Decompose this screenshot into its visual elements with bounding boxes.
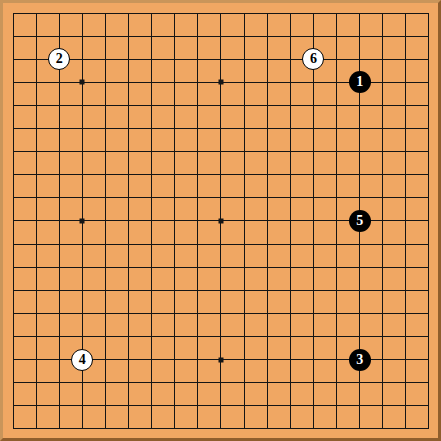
intersection-D5 bbox=[71, 325, 94, 348]
intersection-S7 bbox=[394, 279, 417, 302]
intersection-O14 bbox=[302, 117, 325, 140]
intersection-G14 bbox=[140, 117, 163, 140]
intersection-A14 bbox=[1, 117, 24, 140]
intersection-N7 bbox=[279, 279, 302, 302]
intersection-H1 bbox=[163, 417, 186, 440]
intersection-S15 bbox=[394, 94, 417, 117]
intersection-J17 bbox=[186, 48, 209, 71]
intersection-B15 bbox=[25, 94, 48, 117]
intersection-C15 bbox=[48, 94, 71, 117]
intersection-N10 bbox=[279, 209, 302, 232]
intersection-C12 bbox=[48, 163, 71, 186]
intersection-P16 bbox=[325, 71, 348, 94]
intersection-S10 bbox=[394, 209, 417, 232]
intersection-C10 bbox=[48, 209, 71, 232]
intersection-T14 bbox=[417, 117, 440, 140]
intersection-C9 bbox=[48, 233, 71, 256]
intersection-F16 bbox=[117, 71, 140, 94]
intersection-N1 bbox=[279, 417, 302, 440]
intersection-E11 bbox=[94, 186, 117, 209]
intersection-J1 bbox=[186, 417, 209, 440]
intersection-O4 bbox=[302, 348, 325, 371]
star-point bbox=[218, 80, 223, 85]
intersection-G17 bbox=[140, 48, 163, 71]
intersection-C16 bbox=[48, 71, 71, 94]
intersection-J11 bbox=[186, 186, 209, 209]
intersection-F11 bbox=[117, 186, 140, 209]
intersection-P11 bbox=[325, 186, 348, 209]
intersection-N12 bbox=[279, 163, 302, 186]
intersection-D4: 4 bbox=[71, 348, 94, 371]
intersection-J16 bbox=[186, 71, 209, 94]
go-board: 261543 bbox=[0, 0, 441, 441]
intersection-O5 bbox=[302, 325, 325, 348]
intersection-H5 bbox=[163, 325, 186, 348]
intersection-O19 bbox=[302, 1, 325, 24]
intersection-J2 bbox=[186, 394, 209, 417]
intersection-O7 bbox=[302, 279, 325, 302]
intersection-Q2 bbox=[348, 394, 371, 417]
intersection-T15 bbox=[417, 94, 440, 117]
stone-move-number: 3 bbox=[356, 352, 363, 366]
intersection-M1 bbox=[256, 417, 279, 440]
intersection-N3 bbox=[279, 371, 302, 394]
intersection-H2 bbox=[163, 394, 186, 417]
intersection-R10 bbox=[371, 209, 394, 232]
intersection-O12 bbox=[302, 163, 325, 186]
intersection-A16 bbox=[1, 71, 24, 94]
intersection-O13 bbox=[302, 140, 325, 163]
intersection-G16 bbox=[140, 71, 163, 94]
intersection-P10 bbox=[325, 209, 348, 232]
intersection-J19 bbox=[186, 1, 209, 24]
intersection-J8 bbox=[186, 256, 209, 279]
intersection-D17 bbox=[71, 48, 94, 71]
intersection-J18 bbox=[186, 25, 209, 48]
intersection-B16 bbox=[25, 71, 48, 94]
intersection-C7 bbox=[48, 279, 71, 302]
intersection-K2 bbox=[209, 394, 232, 417]
intersection-O10 bbox=[302, 209, 325, 232]
intersection-M11 bbox=[256, 186, 279, 209]
intersection-G6 bbox=[140, 302, 163, 325]
intersection-A17 bbox=[1, 48, 24, 71]
intersection-L6 bbox=[233, 302, 256, 325]
intersection-H9 bbox=[163, 233, 186, 256]
intersection-R9 bbox=[371, 233, 394, 256]
intersection-L5 bbox=[233, 325, 256, 348]
intersection-D9 bbox=[71, 233, 94, 256]
intersection-N19 bbox=[279, 1, 302, 24]
intersection-A11 bbox=[1, 186, 24, 209]
intersection-R13 bbox=[371, 140, 394, 163]
intersection-E2 bbox=[94, 394, 117, 417]
intersection-N4 bbox=[279, 348, 302, 371]
intersection-K10 bbox=[209, 209, 232, 232]
intersection-L14 bbox=[233, 117, 256, 140]
intersection-Q6 bbox=[348, 302, 371, 325]
intersection-D11 bbox=[71, 186, 94, 209]
intersection-P13 bbox=[325, 140, 348, 163]
intersection-R5 bbox=[371, 325, 394, 348]
star-point bbox=[80, 218, 85, 223]
intersection-G9 bbox=[140, 233, 163, 256]
intersection-R17 bbox=[371, 48, 394, 71]
intersection-B2 bbox=[25, 394, 48, 417]
intersection-F12 bbox=[117, 163, 140, 186]
intersection-E6 bbox=[94, 302, 117, 325]
intersection-M16 bbox=[256, 71, 279, 94]
intersection-Q9 bbox=[348, 233, 371, 256]
intersection-K6 bbox=[209, 302, 232, 325]
intersection-H19 bbox=[163, 1, 186, 24]
intersection-J7 bbox=[186, 279, 209, 302]
intersection-F5 bbox=[117, 325, 140, 348]
intersection-O1 bbox=[302, 417, 325, 440]
intersection-M6 bbox=[256, 302, 279, 325]
intersection-M12 bbox=[256, 163, 279, 186]
intersection-E14 bbox=[94, 117, 117, 140]
intersection-E4 bbox=[94, 348, 117, 371]
intersection-A7 bbox=[1, 279, 24, 302]
intersection-J6 bbox=[186, 302, 209, 325]
intersection-G12 bbox=[140, 163, 163, 186]
intersection-F2 bbox=[117, 394, 140, 417]
intersection-M19 bbox=[256, 1, 279, 24]
intersection-R6 bbox=[371, 302, 394, 325]
intersection-Q18 bbox=[348, 25, 371, 48]
intersection-L11 bbox=[233, 186, 256, 209]
intersection-S16 bbox=[394, 71, 417, 94]
intersection-G4 bbox=[140, 348, 163, 371]
intersection-J14 bbox=[186, 117, 209, 140]
intersection-A15 bbox=[1, 94, 24, 117]
intersection-K9 bbox=[209, 233, 232, 256]
intersection-E3 bbox=[94, 371, 117, 394]
intersection-R15 bbox=[371, 94, 394, 117]
intersection-H10 bbox=[163, 209, 186, 232]
stone-black-3: 3 bbox=[349, 349, 371, 371]
intersection-A13 bbox=[1, 140, 24, 163]
intersection-E1 bbox=[94, 417, 117, 440]
intersection-H18 bbox=[163, 25, 186, 48]
intersection-K12 bbox=[209, 163, 232, 186]
intersection-C14 bbox=[48, 117, 71, 140]
intersection-K4 bbox=[209, 348, 232, 371]
intersection-Q10: 5 bbox=[348, 209, 371, 232]
intersection-E15 bbox=[94, 94, 117, 117]
intersection-R19 bbox=[371, 1, 394, 24]
intersection-S6 bbox=[394, 302, 417, 325]
intersection-M18 bbox=[256, 25, 279, 48]
intersection-R4 bbox=[371, 348, 394, 371]
intersection-H13 bbox=[163, 140, 186, 163]
intersection-A5 bbox=[1, 325, 24, 348]
intersection-G11 bbox=[140, 186, 163, 209]
intersection-K7 bbox=[209, 279, 232, 302]
intersection-R14 bbox=[371, 117, 394, 140]
intersection-Q12 bbox=[348, 163, 371, 186]
intersection-E19 bbox=[94, 1, 117, 24]
intersection-L8 bbox=[233, 256, 256, 279]
intersection-C19 bbox=[48, 1, 71, 24]
stone-white-6: 6 bbox=[302, 48, 324, 70]
intersection-C1 bbox=[48, 417, 71, 440]
intersection-E8 bbox=[94, 256, 117, 279]
intersection-N15 bbox=[279, 94, 302, 117]
intersection-T18 bbox=[417, 25, 440, 48]
intersection-L12 bbox=[233, 163, 256, 186]
intersection-N17 bbox=[279, 48, 302, 71]
intersection-K14 bbox=[209, 117, 232, 140]
intersection-L15 bbox=[233, 94, 256, 117]
intersection-O2 bbox=[302, 394, 325, 417]
intersection-R2 bbox=[371, 394, 394, 417]
intersection-D1 bbox=[71, 417, 94, 440]
intersection-M13 bbox=[256, 140, 279, 163]
intersection-F13 bbox=[117, 140, 140, 163]
intersection-G18 bbox=[140, 25, 163, 48]
intersection-E18 bbox=[94, 25, 117, 48]
intersection-S11 bbox=[394, 186, 417, 209]
intersection-H12 bbox=[163, 163, 186, 186]
intersection-L7 bbox=[233, 279, 256, 302]
intersection-Q8 bbox=[348, 256, 371, 279]
intersection-K1 bbox=[209, 417, 232, 440]
intersection-P6 bbox=[325, 302, 348, 325]
intersection-B8 bbox=[25, 256, 48, 279]
intersection-O15 bbox=[302, 94, 325, 117]
intersection-T13 bbox=[417, 140, 440, 163]
intersection-Q19 bbox=[348, 1, 371, 24]
intersection-K13 bbox=[209, 140, 232, 163]
intersection-S13 bbox=[394, 140, 417, 163]
stone-white-4: 4 bbox=[71, 349, 93, 371]
intersection-N5 bbox=[279, 325, 302, 348]
intersection-P19 bbox=[325, 1, 348, 24]
intersection-T9 bbox=[417, 233, 440, 256]
intersection-P18 bbox=[325, 25, 348, 48]
intersection-R11 bbox=[371, 186, 394, 209]
intersection-C13 bbox=[48, 140, 71, 163]
intersection-A12 bbox=[1, 163, 24, 186]
intersection-D6 bbox=[71, 302, 94, 325]
intersection-A4 bbox=[1, 348, 24, 371]
intersection-H3 bbox=[163, 371, 186, 394]
intersection-G15 bbox=[140, 94, 163, 117]
intersection-J5 bbox=[186, 325, 209, 348]
intersection-L4 bbox=[233, 348, 256, 371]
intersection-Q16: 1 bbox=[348, 71, 371, 94]
intersection-T17 bbox=[417, 48, 440, 71]
intersection-A10 bbox=[1, 209, 24, 232]
star-point bbox=[218, 357, 223, 362]
intersection-H6 bbox=[163, 302, 186, 325]
intersection-S14 bbox=[394, 117, 417, 140]
intersection-K18 bbox=[209, 25, 232, 48]
intersection-T2 bbox=[417, 394, 440, 417]
intersection-D12 bbox=[71, 163, 94, 186]
intersection-M7 bbox=[256, 279, 279, 302]
intersection-B10 bbox=[25, 209, 48, 232]
stone-move-number: 1 bbox=[356, 75, 363, 89]
intersection-N16 bbox=[279, 71, 302, 94]
intersection-P15 bbox=[325, 94, 348, 117]
intersection-L1 bbox=[233, 417, 256, 440]
intersection-B18 bbox=[25, 25, 48, 48]
intersection-T3 bbox=[417, 371, 440, 394]
stone-black-1: 1 bbox=[349, 71, 371, 93]
intersection-E16 bbox=[94, 71, 117, 94]
intersection-A18 bbox=[1, 25, 24, 48]
intersection-B17 bbox=[25, 48, 48, 71]
intersection-H15 bbox=[163, 94, 186, 117]
intersection-Q3 bbox=[348, 371, 371, 394]
intersection-D16 bbox=[71, 71, 94, 94]
intersection-Q7 bbox=[348, 279, 371, 302]
intersection-F6 bbox=[117, 302, 140, 325]
intersection-G19 bbox=[140, 1, 163, 24]
intersection-F1 bbox=[117, 417, 140, 440]
intersection-A9 bbox=[1, 233, 24, 256]
intersection-O6 bbox=[302, 302, 325, 325]
intersection-F14 bbox=[117, 117, 140, 140]
intersection-G13 bbox=[140, 140, 163, 163]
intersection-O18 bbox=[302, 25, 325, 48]
intersection-P7 bbox=[325, 279, 348, 302]
intersection-T4 bbox=[417, 348, 440, 371]
intersection-J4 bbox=[186, 348, 209, 371]
intersection-J3 bbox=[186, 371, 209, 394]
intersection-S4 bbox=[394, 348, 417, 371]
intersection-O3 bbox=[302, 371, 325, 394]
intersection-R16 bbox=[371, 71, 394, 94]
intersection-R12 bbox=[371, 163, 394, 186]
intersection-M10 bbox=[256, 209, 279, 232]
intersection-Q17 bbox=[348, 48, 371, 71]
intersection-K11 bbox=[209, 186, 232, 209]
intersection-O8 bbox=[302, 256, 325, 279]
intersection-Q4: 3 bbox=[348, 348, 371, 371]
intersection-D15 bbox=[71, 94, 94, 117]
intersection-D2 bbox=[71, 394, 94, 417]
intersection-L17 bbox=[233, 48, 256, 71]
intersection-B7 bbox=[25, 279, 48, 302]
intersection-F8 bbox=[117, 256, 140, 279]
intersection-Q11 bbox=[348, 186, 371, 209]
intersection-T5 bbox=[417, 325, 440, 348]
intersection-M5 bbox=[256, 325, 279, 348]
intersection-F19 bbox=[117, 1, 140, 24]
intersection-J15 bbox=[186, 94, 209, 117]
intersection-N6 bbox=[279, 302, 302, 325]
intersection-O9 bbox=[302, 233, 325, 256]
intersection-D19 bbox=[71, 1, 94, 24]
intersection-H17 bbox=[163, 48, 186, 71]
intersection-F17 bbox=[117, 48, 140, 71]
intersection-N2 bbox=[279, 394, 302, 417]
stone-move-number: 4 bbox=[79, 352, 86, 366]
intersection-S1 bbox=[394, 417, 417, 440]
intersection-T19 bbox=[417, 1, 440, 24]
intersection-T12 bbox=[417, 163, 440, 186]
intersection-S5 bbox=[394, 325, 417, 348]
intersection-M4 bbox=[256, 348, 279, 371]
intersection-G1 bbox=[140, 417, 163, 440]
intersection-D8 bbox=[71, 256, 94, 279]
intersection-G3 bbox=[140, 371, 163, 394]
star-point bbox=[218, 218, 223, 223]
intersection-M8 bbox=[256, 256, 279, 279]
board-grid: 261543 bbox=[1, 1, 440, 440]
intersection-B5 bbox=[25, 325, 48, 348]
intersection-G10 bbox=[140, 209, 163, 232]
intersection-M2 bbox=[256, 394, 279, 417]
intersection-F15 bbox=[117, 94, 140, 117]
intersection-O11 bbox=[302, 186, 325, 209]
intersection-E17 bbox=[94, 48, 117, 71]
intersection-B9 bbox=[25, 233, 48, 256]
intersection-G2 bbox=[140, 394, 163, 417]
intersection-B14 bbox=[25, 117, 48, 140]
intersection-C18 bbox=[48, 25, 71, 48]
intersection-P3 bbox=[325, 371, 348, 394]
intersection-D13 bbox=[71, 140, 94, 163]
intersection-Q1 bbox=[348, 417, 371, 440]
intersection-K16 bbox=[209, 71, 232, 94]
intersection-D7 bbox=[71, 279, 94, 302]
intersection-M9 bbox=[256, 233, 279, 256]
intersection-P8 bbox=[325, 256, 348, 279]
intersection-H16 bbox=[163, 71, 186, 94]
intersection-A2 bbox=[1, 394, 24, 417]
intersection-H8 bbox=[163, 256, 186, 279]
intersection-L9 bbox=[233, 233, 256, 256]
intersection-T11 bbox=[417, 186, 440, 209]
intersection-B6 bbox=[25, 302, 48, 325]
intersection-T6 bbox=[417, 302, 440, 325]
intersection-L16 bbox=[233, 71, 256, 94]
intersection-H14 bbox=[163, 117, 186, 140]
intersection-L19 bbox=[233, 1, 256, 24]
intersection-P12 bbox=[325, 163, 348, 186]
intersection-C2 bbox=[48, 394, 71, 417]
intersection-M14 bbox=[256, 117, 279, 140]
intersection-J13 bbox=[186, 140, 209, 163]
intersection-P4 bbox=[325, 348, 348, 371]
intersection-B3 bbox=[25, 371, 48, 394]
intersection-A6 bbox=[1, 302, 24, 325]
intersection-L18 bbox=[233, 25, 256, 48]
intersection-F7 bbox=[117, 279, 140, 302]
intersection-P14 bbox=[325, 117, 348, 140]
intersection-P2 bbox=[325, 394, 348, 417]
intersection-N18 bbox=[279, 25, 302, 48]
intersection-C5 bbox=[48, 325, 71, 348]
stone-move-number: 2 bbox=[56, 52, 63, 66]
intersection-G8 bbox=[140, 256, 163, 279]
intersection-E7 bbox=[94, 279, 117, 302]
stone-move-number: 6 bbox=[310, 52, 317, 66]
intersection-T16 bbox=[417, 71, 440, 94]
intersection-K3 bbox=[209, 371, 232, 394]
intersection-D3 bbox=[71, 371, 94, 394]
intersection-P17 bbox=[325, 48, 348, 71]
intersection-C8 bbox=[48, 256, 71, 279]
intersection-F3 bbox=[117, 371, 140, 394]
intersection-Q5 bbox=[348, 325, 371, 348]
intersection-E9 bbox=[94, 233, 117, 256]
